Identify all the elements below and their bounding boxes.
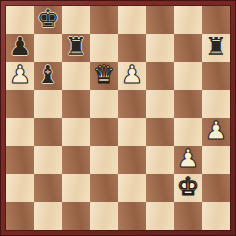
- white-pawn-piece: ♟: [9, 62, 31, 89]
- square-f8[interactable]: [146, 6, 174, 34]
- square-c3[interactable]: [62, 146, 90, 174]
- square-d8[interactable]: [90, 6, 118, 34]
- square-c2[interactable]: [62, 174, 90, 202]
- square-g4[interactable]: [174, 118, 202, 146]
- black-bishop-piece: ♝: [37, 62, 59, 89]
- square-f2[interactable]: [146, 174, 174, 202]
- square-h4[interactable]: ♟: [202, 118, 230, 146]
- chess-board: ♚♟♜♜♟♝♛♟♟♟♚: [6, 6, 230, 230]
- square-b2[interactable]: [34, 174, 62, 202]
- square-g5[interactable]: [174, 90, 202, 118]
- square-f4[interactable]: [146, 118, 174, 146]
- black-pawn-piece: ♟: [9, 34, 31, 61]
- square-b7[interactable]: [34, 34, 62, 62]
- square-h1[interactable]: [202, 202, 230, 230]
- white-pawn-piece: ♟: [177, 146, 199, 173]
- square-c7[interactable]: ♜: [62, 34, 90, 62]
- square-d7[interactable]: [90, 34, 118, 62]
- square-c8[interactable]: [62, 6, 90, 34]
- square-c1[interactable]: [62, 202, 90, 230]
- square-e2[interactable]: [118, 174, 146, 202]
- square-a7[interactable]: ♟: [6, 34, 34, 62]
- black-rook-piece: ♜: [205, 34, 227, 61]
- square-b4[interactable]: [34, 118, 62, 146]
- square-c5[interactable]: [62, 90, 90, 118]
- square-g1[interactable]: [174, 202, 202, 230]
- square-e3[interactable]: [118, 146, 146, 174]
- square-e7[interactable]: [118, 34, 146, 62]
- square-b3[interactable]: [34, 146, 62, 174]
- white-pawn-piece: ♟: [205, 118, 227, 145]
- white-king-piece: ♚: [177, 174, 199, 201]
- square-a2[interactable]: [6, 174, 34, 202]
- square-d6[interactable]: ♛: [90, 62, 118, 90]
- square-a6[interactable]: ♟: [6, 62, 34, 90]
- square-a4[interactable]: [6, 118, 34, 146]
- square-e4[interactable]: [118, 118, 146, 146]
- square-a8[interactable]: [6, 6, 34, 34]
- square-f6[interactable]: [146, 62, 174, 90]
- square-b5[interactable]: [34, 90, 62, 118]
- square-h3[interactable]: [202, 146, 230, 174]
- square-f1[interactable]: [146, 202, 174, 230]
- square-d1[interactable]: [90, 202, 118, 230]
- square-g3[interactable]: ♟: [174, 146, 202, 174]
- square-e6[interactable]: ♟: [118, 62, 146, 90]
- square-a3[interactable]: [6, 146, 34, 174]
- square-g7[interactable]: [174, 34, 202, 62]
- square-d4[interactable]: [90, 118, 118, 146]
- square-g6[interactable]: [174, 62, 202, 90]
- square-c6[interactable]: [62, 62, 90, 90]
- square-b8[interactable]: ♚: [34, 6, 62, 34]
- square-g2[interactable]: ♚: [174, 174, 202, 202]
- black-rook-piece: ♜: [65, 34, 87, 61]
- square-b6[interactable]: ♝: [34, 62, 62, 90]
- square-b1[interactable]: [34, 202, 62, 230]
- square-h8[interactable]: [202, 6, 230, 34]
- black-king-piece: ♚: [37, 6, 59, 33]
- square-h6[interactable]: [202, 62, 230, 90]
- square-d2[interactable]: [90, 174, 118, 202]
- square-d3[interactable]: [90, 146, 118, 174]
- square-h5[interactable]: [202, 90, 230, 118]
- square-f3[interactable]: [146, 146, 174, 174]
- square-h2[interactable]: [202, 174, 230, 202]
- square-f5[interactable]: [146, 90, 174, 118]
- square-c4[interactable]: [62, 118, 90, 146]
- white-pawn-piece: ♟: [121, 62, 143, 89]
- square-e5[interactable]: [118, 90, 146, 118]
- square-f7[interactable]: [146, 34, 174, 62]
- square-a1[interactable]: [6, 202, 34, 230]
- square-a5[interactable]: [6, 90, 34, 118]
- square-d5[interactable]: [90, 90, 118, 118]
- white-queen-piece: ♛: [93, 62, 115, 89]
- board-frame: ♚♟♜♜♟♝♛♟♟♟♚: [0, 0, 236, 236]
- square-e8[interactable]: [118, 6, 146, 34]
- square-g8[interactable]: [174, 6, 202, 34]
- square-h7[interactable]: ♜: [202, 34, 230, 62]
- square-e1[interactable]: [118, 202, 146, 230]
